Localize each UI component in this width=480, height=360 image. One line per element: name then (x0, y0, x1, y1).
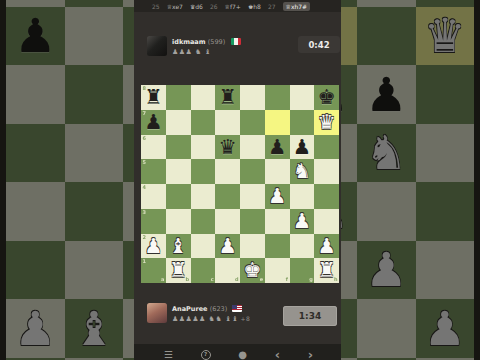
black-king-piece: ♚ (314, 85, 339, 110)
square-g7[interactable] (290, 110, 315, 135)
square-d7[interactable] (215, 110, 240, 135)
game-toolbar: ☰?●‹› (134, 344, 341, 360)
square-h2: ♟ (416, 299, 475, 358)
rank-coordinate-label: 8 (143, 86, 146, 91)
square-e1[interactable]: e♚ (240, 258, 265, 283)
move-number: 27 (268, 3, 276, 10)
captured-glyphs-bottom: ♟♟♟♟♟ ♞♞ ♝♝ (172, 315, 238, 323)
move-item[interactable]: ♕f7+ (225, 3, 241, 10)
square-h4 (416, 182, 475, 241)
square-d6[interactable]: ♛ (215, 135, 240, 160)
white-pawn-piece: ♟ (215, 234, 240, 259)
square-g4[interactable] (290, 184, 315, 209)
square-a5 (6, 124, 65, 183)
square-f8[interactable] (265, 85, 290, 110)
white-pawn-piece: ♟ (357, 241, 416, 300)
top-player-name-row: idkmaam (599) (172, 38, 241, 46)
square-a7[interactable]: 7♟ (141, 110, 166, 135)
rank-coordinate-label: 6 (143, 136, 146, 141)
bottom-player-rating: (623) (210, 305, 227, 313)
square-h2[interactable]: ♟ (314, 234, 339, 259)
square-g5[interactable]: ♞ (290, 159, 315, 184)
square-a6 (6, 65, 65, 124)
avatar-bottom-player[interactable] (147, 303, 167, 323)
square-g7 (357, 7, 416, 66)
captured-glyphs-top: ♟♟♟ ♞ ♝ (172, 48, 211, 56)
square-e6[interactable] (240, 135, 265, 160)
square-c6[interactable] (191, 135, 216, 160)
square-b7[interactable] (166, 110, 191, 135)
square-b6 (65, 65, 124, 124)
square-h4[interactable] (314, 184, 339, 209)
square-f5[interactable] (265, 159, 290, 184)
file-coordinate-label: d (235, 277, 239, 282)
square-h5 (416, 124, 475, 183)
square-f7[interactable] (265, 110, 290, 135)
square-f2[interactable] (265, 234, 290, 259)
rank-coordinate-label: 3 (143, 210, 146, 215)
move-number: 25 (152, 3, 160, 10)
chess-board: 8♜♜♚7♟♛6♛♟♟5♞4♟3♟2♟♝♟♟1ab♜cde♚fgh♜ (141, 85, 339, 283)
square-a2: ♟ (6, 299, 65, 358)
record-icon[interactable]: ● (238, 350, 247, 360)
avatar-top-player[interactable] (147, 36, 167, 56)
square-h7[interactable]: ♛ (314, 110, 339, 135)
rank-coordinate-label: 7 (143, 111, 146, 116)
square-g1[interactable]: g (290, 258, 315, 283)
rank-coordinate-label: 2 (143, 235, 146, 240)
forward-icon[interactable]: › (308, 348, 313, 360)
bottom-clock-time: 1:34 (299, 311, 321, 321)
black-pawn-piece: ♟ (290, 135, 315, 160)
white-queen-piece: ♛ (314, 110, 339, 135)
square-b4[interactable] (166, 184, 191, 209)
square-b2[interactable]: ♝ (166, 234, 191, 259)
square-d2[interactable]: ♟ (215, 234, 240, 259)
square-h8[interactable]: ♚ (314, 85, 339, 110)
square-b5[interactable] (166, 159, 191, 184)
square-e4[interactable] (240, 184, 265, 209)
white-pawn-piece: ♟ (6, 299, 65, 358)
usa-flag-icon (232, 305, 242, 312)
square-h6 (416, 65, 475, 124)
square-c5[interactable] (191, 159, 216, 184)
square-b3 (65, 241, 124, 300)
square-h1[interactable]: h♜ (314, 258, 339, 283)
white-bishop-piece: ♝ (166, 234, 191, 259)
file-coordinate-label: f (286, 277, 288, 282)
move-item[interactable]: ♛d6 (190, 3, 203, 10)
square-f1[interactable]: f (265, 258, 290, 283)
square-c7[interactable] (191, 110, 216, 135)
back-icon[interactable]: ‹ (275, 348, 280, 360)
top-player-name: idkmaam (172, 38, 206, 46)
square-a4 (6, 182, 65, 241)
rank-coordinate-label: 5 (143, 160, 146, 165)
file-coordinate-label: h (334, 277, 338, 282)
black-queen-piece: ♛ (215, 135, 240, 160)
square-d4[interactable] (215, 184, 240, 209)
square-b8[interactable] (166, 85, 191, 110)
square-f6[interactable]: ♟ (265, 135, 290, 160)
square-d3[interactable] (215, 209, 240, 234)
square-g6[interactable]: ♟ (290, 135, 315, 160)
file-coordinate-label: a (161, 277, 164, 282)
top-player-clock: 0:42 (298, 36, 340, 53)
file-coordinate-label: g (309, 277, 313, 282)
square-e2[interactable] (240, 234, 265, 259)
move-number: 26 (210, 3, 218, 10)
square-a6[interactable]: 6 (141, 135, 166, 160)
file-coordinate-label: e (260, 277, 263, 282)
square-c8[interactable] (191, 85, 216, 110)
italy-flag-icon (231, 38, 241, 45)
square-g3[interactable]: ♟ (290, 209, 315, 234)
move-item-selected[interactable]: ♕xh7# (283, 2, 311, 11)
material-advantage: +8 (240, 315, 250, 322)
square-a8[interactable]: 8♜ (141, 85, 166, 110)
square-d1[interactable]: d (215, 258, 240, 283)
square-h3 (416, 241, 475, 300)
square-b1[interactable]: b♜ (166, 258, 191, 283)
square-c3[interactable] (191, 209, 216, 234)
square-d5[interactable] (215, 159, 240, 184)
move-list-bar: 25♕xe7♛d626♕f7+♚h827♕xh7# (134, 0, 341, 12)
square-g2[interactable] (290, 234, 315, 259)
white-pawn-piece: ♟ (416, 299, 475, 358)
phone-screenshot: 25♕xe7♛d626♕f7+♚h827♕xh7# idkmaam (599) … (134, 0, 341, 360)
black-pawn-piece: ♟ (6, 7, 65, 66)
help-icon-glyph: ? (201, 350, 211, 360)
square-e7[interactable] (240, 110, 265, 135)
square-b2: ♝ (65, 299, 124, 358)
bottom-player-clock: 1:34 (283, 306, 337, 326)
square-a4[interactable]: 4 (141, 184, 166, 209)
bottom-player-captured-pieces: ♟♟♟♟♟ ♞♞ ♝♝+8 (172, 315, 250, 323)
square-g5: ♞ (357, 124, 416, 183)
file-coordinate-label: c (211, 277, 214, 282)
square-b6[interactable] (166, 135, 191, 160)
square-e3[interactable] (240, 209, 265, 234)
square-a3[interactable]: 3 (141, 209, 166, 234)
square-g4 (357, 182, 416, 241)
square-b4 (65, 182, 124, 241)
square-a3 (6, 241, 65, 300)
square-c1[interactable]: c (191, 258, 216, 283)
square-g6: ♟ (357, 65, 416, 124)
square-d8[interactable]: ♜ (215, 85, 240, 110)
square-b3[interactable] (166, 209, 191, 234)
move-item[interactable]: ♚h8 (248, 3, 261, 10)
white-bishop-piece: ♝ (65, 299, 124, 358)
white-pawn-piece: ♟ (314, 234, 339, 259)
square-e8[interactable] (240, 85, 265, 110)
top-player-captured-pieces: ♟♟♟ ♞ ♝ (172, 48, 211, 56)
white-pawn-piece: ♟ (265, 184, 290, 209)
black-rook-piece: ♜ (215, 85, 240, 110)
help-icon[interactable]: ? (201, 350, 211, 360)
screenshot-stage: ♜♜♚♟♛♛♟♟♞♟♟♟♝♟♟♜♚♜ 25♕xe7♛d626♕f7+♚h827♕… (0, 0, 480, 360)
square-h5[interactable] (314, 159, 339, 184)
square-c2[interactable] (191, 234, 216, 259)
square-g2 (357, 299, 416, 358)
square-f4[interactable]: ♟ (265, 184, 290, 209)
white-knight-piece: ♞ (290, 159, 315, 184)
square-h7: ♛ (416, 7, 475, 66)
square-g8[interactable] (290, 85, 315, 110)
white-pawn-piece: ♟ (290, 209, 315, 234)
square-a2[interactable]: 2♟ (141, 234, 166, 259)
menu-icon[interactable]: ☰ (164, 350, 173, 360)
black-pawn-piece: ♟ (357, 65, 416, 124)
square-a7: ♟ (6, 7, 65, 66)
square-f3[interactable] (265, 209, 290, 234)
rank-coordinate-label: 4 (143, 185, 146, 190)
white-queen-piece: ♛ (416, 7, 475, 66)
square-a5[interactable]: 5 (141, 159, 166, 184)
square-g3: ♟ (357, 241, 416, 300)
square-c4[interactable] (191, 184, 216, 209)
bottom-player-name-row: AnaPuree (623) (172, 305, 242, 313)
white-knight-piece: ♞ (357, 124, 416, 183)
rank-coordinate-label: 1 (143, 259, 146, 264)
top-player-rating: (599) (208, 38, 225, 46)
square-h3[interactable] (314, 209, 339, 234)
square-b7 (65, 7, 124, 66)
top-clock-time: 0:42 (308, 40, 329, 50)
square-h6[interactable] (314, 135, 339, 160)
square-b5 (65, 124, 124, 183)
black-pawn-piece: ♟ (265, 135, 290, 160)
move-item[interactable]: ♕xe7 (167, 3, 183, 10)
square-e5[interactable] (240, 159, 265, 184)
file-coordinate-label: b (185, 277, 189, 282)
square-a1[interactable]: 1a (141, 258, 166, 283)
bottom-player-name: AnaPuree (172, 305, 207, 313)
